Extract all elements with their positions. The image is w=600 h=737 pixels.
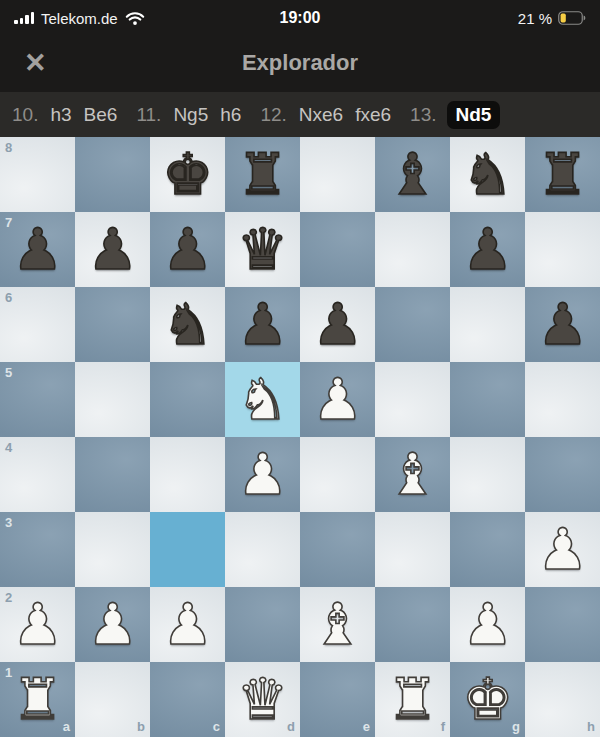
square-g2[interactable]: ♟ [450,587,525,662]
file-label-d: d [287,720,295,733]
square-e4[interactable] [300,437,375,512]
move-number: 11. [136,104,161,126]
piece-wP-b2: ♟ [75,587,150,662]
piece-wB-f4: ♝ [375,437,450,512]
square-d8[interactable]: ♜ [225,137,300,212]
piece-wK-g1: ♚ [450,662,525,737]
square-e8[interactable] [300,137,375,212]
status-bar: Telekom.de 19:00 21 % [0,0,600,34]
square-e7[interactable] [300,212,375,287]
piece-wR-f1: ♜ [375,662,450,737]
piece-bP-c7: ♟ [150,212,225,287]
square-h6[interactable]: ♟ [525,287,600,362]
square-d5[interactable]: ♞ [225,362,300,437]
rank-label-3: 3 [5,516,12,529]
piece-bN-g8: ♞ [450,137,525,212]
move[interactable]: Ng5 [173,104,208,126]
square-g8[interactable]: ♞ [450,137,525,212]
square-a3[interactable]: 3 [0,512,75,587]
square-d1[interactable]: d♛ [225,662,300,737]
square-b4[interactable] [75,437,150,512]
piece-wP-e5: ♟ [300,362,375,437]
chess-board: 8♚♜♝♞♜7♟♟♟♛♟6♞♟♟♟5♞♟4♟♝3♟2♟♟♟♝♟1a♜bcd♛ef… [0,137,600,737]
square-g4[interactable] [450,437,525,512]
piece-wP-a2: ♟ [0,587,75,662]
square-f4[interactable]: ♝ [375,437,450,512]
cellular-signal-icon [14,12,34,24]
piece-bP-h6: ♟ [525,287,600,362]
square-c7[interactable]: ♟ [150,212,225,287]
rank-label-2: 2 [5,591,12,604]
square-b3[interactable] [75,512,150,587]
wifi-icon [125,11,145,26]
move-list: 10.h3Be611.Ng5h612.Nxe6fxe613.Nd5 [0,92,600,137]
move[interactable]: h3 [50,104,71,126]
square-g7[interactable]: ♟ [450,212,525,287]
square-d4[interactable]: ♟ [225,437,300,512]
piece-bB-f8: ♝ [375,137,450,212]
battery-percent-label: 21 % [518,10,552,27]
piece-bQ-d7: ♛ [225,212,300,287]
square-h4[interactable] [525,437,600,512]
square-f8[interactable]: ♝ [375,137,450,212]
square-d6[interactable]: ♟ [225,287,300,362]
square-a4[interactable]: 4 [0,437,75,512]
square-a5[interactable]: 5 [0,362,75,437]
square-b1[interactable]: b [75,662,150,737]
status-right: 21 % [518,10,586,27]
square-c1[interactable]: c [150,662,225,737]
rank-label-6: 6 [5,291,12,304]
app-screen: Telekom.de 19:00 21 % ✕ Explorador [0,0,600,737]
square-e2[interactable]: ♝ [300,587,375,662]
piece-wB-e2: ♝ [300,587,375,662]
square-h7[interactable] [525,212,600,287]
square-d3[interactable] [225,512,300,587]
move-number: 12. [260,104,286,126]
rank-label-4: 4 [5,441,12,454]
file-label-h: h [587,720,595,733]
piece-wR-a1: ♜ [0,662,75,737]
square-e6[interactable]: ♟ [300,287,375,362]
square-c6[interactable]: ♞ [150,287,225,362]
piece-bR-d8: ♜ [225,137,300,212]
square-h5[interactable] [525,362,600,437]
file-label-c: c [213,720,220,733]
piece-bP-a7: ♟ [0,212,75,287]
square-f5[interactable] [375,362,450,437]
square-g3[interactable] [450,512,525,587]
square-a7[interactable]: 7♟ [0,212,75,287]
square-f7[interactable] [375,212,450,287]
square-g5[interactable] [450,362,525,437]
page-title: Explorador [0,50,600,76]
square-b5[interactable] [75,362,150,437]
piece-bP-b7: ♟ [75,212,150,287]
square-d2[interactable] [225,587,300,662]
square-h2[interactable] [525,587,600,662]
piece-wQ-d1: ♛ [225,662,300,737]
piece-wP-c2: ♟ [150,587,225,662]
square-h1[interactable]: h [525,662,600,737]
close-icon[interactable]: ✕ [24,50,47,77]
piece-bR-h8: ♜ [525,137,600,212]
piece-bK-c8: ♚ [150,137,225,212]
move[interactable]: fxe6 [355,104,391,126]
file-label-g: g [512,720,520,733]
piece-wP-d4: ♟ [225,437,300,512]
rank-label-1: 1 [5,666,12,679]
file-label-a: a [63,720,70,733]
square-a2[interactable]: 2♟ [0,587,75,662]
square-g6[interactable] [450,287,525,362]
current-move[interactable]: Nd5 [447,101,501,129]
square-f2[interactable] [375,587,450,662]
square-c3[interactable] [150,512,225,587]
square-b6[interactable] [75,287,150,362]
square-f1[interactable]: f♜ [375,662,450,737]
square-e3[interactable] [300,512,375,587]
square-a1[interactable]: 1a♜ [0,662,75,737]
piece-wP-h3: ♟ [525,512,600,587]
piece-wN-d5: ♞ [225,362,300,437]
square-a6[interactable]: 6 [0,287,75,362]
move[interactable]: h6 [220,104,241,126]
square-g1[interactable]: g♚ [450,662,525,737]
square-c4[interactable] [150,437,225,512]
square-b8[interactable] [75,137,150,212]
square-h3[interactable]: ♟ [525,512,600,587]
move[interactable]: Nxe6 [299,104,343,126]
top-chrome: Telekom.de 19:00 21 % ✕ Explorador [0,0,600,92]
square-a8[interactable]: 8 [0,137,75,212]
piece-bN-c6: ♞ [150,287,225,362]
square-c8[interactable]: ♚ [150,137,225,212]
move[interactable]: Be6 [84,104,118,126]
rank-label-5: 5 [5,366,12,379]
piece-bP-e6: ♟ [300,287,375,362]
piece-bP-d6: ♟ [225,287,300,362]
square-c2[interactable]: ♟ [150,587,225,662]
rank-label-7: 7 [5,216,12,229]
header: ✕ Explorador [0,34,600,92]
piece-wP-g2: ♟ [450,587,525,662]
piece-bP-g7: ♟ [450,212,525,287]
square-b2[interactable]: ♟ [75,587,150,662]
move-number: 13. [410,104,436,126]
square-e1[interactable]: e [300,662,375,737]
square-f3[interactable] [375,512,450,587]
file-label-f: f [441,720,445,733]
file-label-e: e [363,720,370,733]
square-c5[interactable] [150,362,225,437]
square-e5[interactable]: ♟ [300,362,375,437]
square-h8[interactable]: ♜ [525,137,600,212]
move-number: 10. [12,104,38,126]
carrier-label: Telekom.de [41,10,118,27]
rank-label-8: 8 [5,141,12,154]
square-b7[interactable]: ♟ [75,212,150,287]
square-f6[interactable] [375,287,450,362]
file-label-b: b [137,720,145,733]
square-d7[interactable]: ♛ [225,212,300,287]
status-left: Telekom.de [14,10,145,27]
battery-icon [558,11,586,25]
